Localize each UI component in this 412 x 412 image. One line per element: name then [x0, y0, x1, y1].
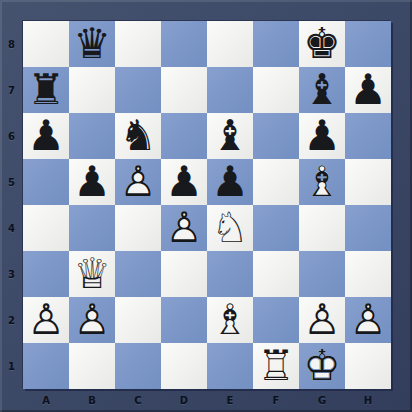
- square-d8[interactable]: [161, 21, 207, 67]
- white-king-outline: ♔: [299, 343, 345, 389]
- file-label-f: F: [253, 389, 299, 412]
- square-c4[interactable]: [115, 205, 161, 251]
- square-b4[interactable]: [69, 205, 115, 251]
- square-d6[interactable]: [161, 113, 207, 159]
- square-d1[interactable]: [161, 343, 207, 389]
- square-a2[interactable]: ♟♙: [23, 297, 69, 343]
- square-b1[interactable]: [69, 343, 115, 389]
- square-f8[interactable]: [253, 21, 299, 67]
- square-a5[interactable]: [23, 159, 69, 205]
- square-a3[interactable]: [23, 251, 69, 297]
- square-d3[interactable]: [161, 251, 207, 297]
- square-a6[interactable]: ♟: [23, 113, 69, 159]
- square-e5[interactable]: ♟: [207, 159, 253, 205]
- white-knight-outline: ♘: [207, 205, 253, 251]
- rank-label-3: 3: [0, 251, 23, 297]
- white-pawn: ♟♙: [161, 205, 207, 251]
- rank-label-4: 4: [0, 205, 23, 251]
- black-rook-glyph: ♜: [23, 67, 69, 113]
- square-c6[interactable]: ♞: [115, 113, 161, 159]
- chess-board: ♛♚♜♝♟♟♞♝♟♟♟♙♟♟♝♗♟♙♞♘♛♕♟♙♟♙♝♗♟♙♟♙♜♖♚♔: [23, 21, 391, 389]
- black-bishop-glyph: ♝: [299, 67, 345, 113]
- square-f4[interactable]: [253, 205, 299, 251]
- file-label-h: H: [345, 389, 391, 412]
- black-rook: ♜: [23, 67, 69, 113]
- white-pawn: ♟♙: [69, 297, 115, 343]
- rank-label-2: 2: [0, 297, 23, 343]
- square-b8[interactable]: ♛: [69, 21, 115, 67]
- white-bishop: ♝♗: [207, 297, 253, 343]
- white-pawn: ♟♙: [23, 297, 69, 343]
- square-a1[interactable]: [23, 343, 69, 389]
- square-g5[interactable]: ♝♗: [299, 159, 345, 205]
- square-e3[interactable]: [207, 251, 253, 297]
- square-a4[interactable]: [23, 205, 69, 251]
- white-queen: ♛♕: [69, 251, 115, 297]
- square-f6[interactable]: [253, 113, 299, 159]
- square-h8[interactable]: [345, 21, 391, 67]
- square-d5[interactable]: ♟: [161, 159, 207, 205]
- black-pawn: ♟: [299, 113, 345, 159]
- square-h1[interactable]: [345, 343, 391, 389]
- black-pawn: ♟: [207, 159, 253, 205]
- black-knight: ♞: [115, 113, 161, 159]
- black-pawn-glyph: ♟: [161, 159, 207, 205]
- square-e4[interactable]: ♞♘: [207, 205, 253, 251]
- square-f1[interactable]: ♜♖: [253, 343, 299, 389]
- white-pawn: ♟♙: [345, 297, 391, 343]
- file-label-g: G: [299, 389, 345, 412]
- square-h4[interactable]: [345, 205, 391, 251]
- white-pawn-outline: ♙: [299, 297, 345, 343]
- square-b6[interactable]: [69, 113, 115, 159]
- white-bishop-outline: ♗: [299, 159, 345, 205]
- square-c3[interactable]: [115, 251, 161, 297]
- white-pawn-outline: ♙: [161, 205, 207, 251]
- rank-labels: 87654321: [0, 21, 23, 389]
- file-label-e: E: [207, 389, 253, 412]
- file-label-b: B: [69, 389, 115, 412]
- rank-label-1: 1: [0, 343, 23, 389]
- square-b2[interactable]: ♟♙: [69, 297, 115, 343]
- white-knight: ♞♘: [207, 205, 253, 251]
- square-c1[interactable]: [115, 343, 161, 389]
- white-king: ♚♔: [299, 343, 345, 389]
- rank-label-6: 6: [0, 113, 23, 159]
- square-g1[interactable]: ♚♔: [299, 343, 345, 389]
- white-pawn-outline: ♙: [23, 297, 69, 343]
- square-c8[interactable]: [115, 21, 161, 67]
- square-f3[interactable]: [253, 251, 299, 297]
- black-pawn-glyph: ♟: [299, 113, 345, 159]
- white-rook: ♜♖: [253, 343, 299, 389]
- square-b7[interactable]: [69, 67, 115, 113]
- black-pawn: ♟: [69, 159, 115, 205]
- square-a7[interactable]: ♜: [23, 67, 69, 113]
- black-bishop: ♝: [299, 67, 345, 113]
- rank-label-7: 7: [0, 67, 23, 113]
- square-e7[interactable]: [207, 67, 253, 113]
- square-c2[interactable]: [115, 297, 161, 343]
- square-f2[interactable]: [253, 297, 299, 343]
- square-a8[interactable]: [23, 21, 69, 67]
- black-queen: ♛: [69, 21, 115, 67]
- black-pawn: ♟: [161, 159, 207, 205]
- black-king: ♚: [299, 21, 345, 67]
- white-queen-outline: ♕: [69, 251, 115, 297]
- square-e6[interactable]: ♝: [207, 113, 253, 159]
- square-h6[interactable]: [345, 113, 391, 159]
- square-e8[interactable]: [207, 21, 253, 67]
- white-pawn-outline: ♙: [345, 297, 391, 343]
- file-label-c: C: [115, 389, 161, 412]
- square-h7[interactable]: ♟: [345, 67, 391, 113]
- rank-label-8: 8: [0, 21, 23, 67]
- white-pawn: ♟♙: [299, 297, 345, 343]
- square-f5[interactable]: [253, 159, 299, 205]
- square-d7[interactable]: [161, 67, 207, 113]
- square-d4[interactable]: ♟♙: [161, 205, 207, 251]
- square-h3[interactable]: [345, 251, 391, 297]
- square-g6[interactable]: ♟: [299, 113, 345, 159]
- black-pawn-glyph: ♟: [207, 159, 253, 205]
- white-bishop-outline: ♗: [207, 297, 253, 343]
- black-king-glyph: ♚: [299, 21, 345, 67]
- white-pawn-outline: ♙: [115, 159, 161, 205]
- file-label-d: D: [161, 389, 207, 412]
- black-pawn-glyph: ♟: [69, 159, 115, 205]
- square-f7[interactable]: [253, 67, 299, 113]
- white-bishop: ♝♗: [299, 159, 345, 205]
- rank-label-5: 5: [0, 159, 23, 205]
- black-bishop-glyph: ♝: [207, 113, 253, 159]
- black-pawn-glyph: ♟: [23, 113, 69, 159]
- black-queen-glyph: ♛: [69, 21, 115, 67]
- chess-board-frame: 87654321 ♛♚♜♝♟♟♞♝♟♟♟♙♟♟♝♗♟♙♞♘♛♕♟♙♟♙♝♗♟♙♟…: [0, 0, 412, 412]
- black-knight-glyph: ♞: [115, 113, 161, 159]
- square-b3[interactable]: ♛♕: [69, 251, 115, 297]
- square-h2[interactable]: ♟♙: [345, 297, 391, 343]
- square-b5[interactable]: ♟: [69, 159, 115, 205]
- file-labels: ABCDEFGH: [23, 389, 391, 412]
- square-e1[interactable]: [207, 343, 253, 389]
- square-g3[interactable]: [299, 251, 345, 297]
- white-rook-outline: ♖: [253, 343, 299, 389]
- black-bishop: ♝: [207, 113, 253, 159]
- square-h5[interactable]: [345, 159, 391, 205]
- square-d2[interactable]: [161, 297, 207, 343]
- square-g2[interactable]: ♟♙: [299, 297, 345, 343]
- square-g7[interactable]: ♝: [299, 67, 345, 113]
- white-pawn: ♟♙: [115, 159, 161, 205]
- square-c5[interactable]: ♟♙: [115, 159, 161, 205]
- square-g4[interactable]: [299, 205, 345, 251]
- square-c7[interactable]: [115, 67, 161, 113]
- black-pawn: ♟: [23, 113, 69, 159]
- square-e2[interactable]: ♝♗: [207, 297, 253, 343]
- file-label-a: A: [23, 389, 69, 412]
- black-pawn-glyph: ♟: [345, 67, 391, 113]
- square-g8[interactable]: ♚: [299, 21, 345, 67]
- black-pawn: ♟: [345, 67, 391, 113]
- white-pawn-outline: ♙: [69, 297, 115, 343]
